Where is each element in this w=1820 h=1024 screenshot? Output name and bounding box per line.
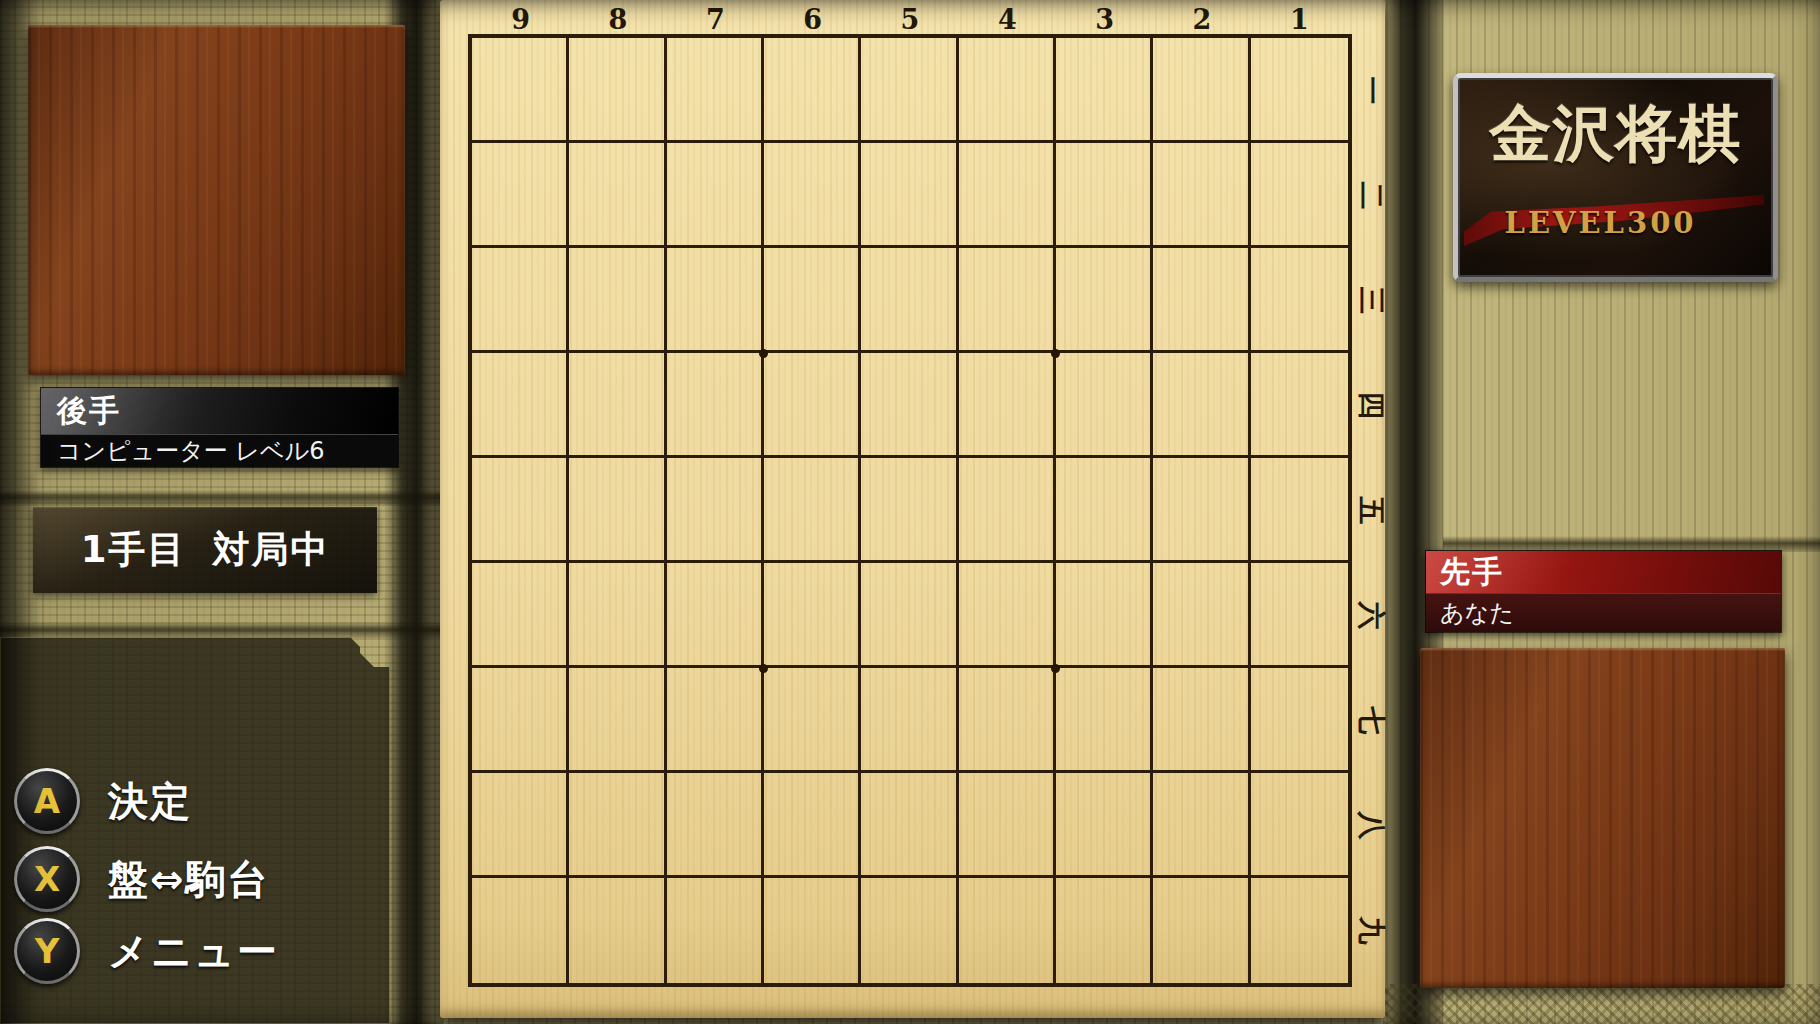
a-button-letter: A bbox=[34, 781, 60, 821]
board-cell-7一[interactable] bbox=[667, 38, 764, 143]
board-cell-2九[interactable] bbox=[1153, 878, 1250, 983]
gote-name-bar: コンピューター レベル6 bbox=[41, 434, 398, 467]
board-cell-6九[interactable] bbox=[764, 878, 861, 983]
hoshi-dot bbox=[1051, 664, 1060, 673]
board-cell-1九[interactable] bbox=[1251, 878, 1348, 983]
board-cell-6二[interactable] bbox=[764, 143, 861, 248]
board-cell-9八[interactable] bbox=[472, 773, 569, 878]
board-cell-4五[interactable] bbox=[959, 458, 1056, 563]
move-number-label: 1手目 bbox=[81, 525, 187, 575]
shogi-board[interactable]: 987654321一二三四五六七八九 bbox=[440, 0, 1385, 1018]
board-cell-6三[interactable] bbox=[764, 248, 861, 353]
sente-komadai[interactable] bbox=[1420, 648, 1785, 988]
board-cell-9一[interactable] bbox=[472, 38, 569, 143]
board-cell-2二[interactable] bbox=[1153, 143, 1250, 248]
file-label-5: 5 bbox=[861, 4, 958, 34]
tatami-seam-h2 bbox=[0, 622, 442, 638]
board-cell-9二[interactable] bbox=[472, 143, 569, 248]
control-row-y: Y メニュー bbox=[14, 918, 279, 984]
board-cell-9三[interactable] bbox=[472, 248, 569, 353]
board-cell-7七[interactable] bbox=[667, 668, 764, 773]
board-cell-5四[interactable] bbox=[861, 353, 958, 458]
board-cell-1六[interactable] bbox=[1251, 563, 1348, 668]
board-cell-3二[interactable] bbox=[1056, 143, 1153, 248]
y-button-icon[interactable]: Y bbox=[14, 918, 80, 984]
board-cell-6七[interactable] bbox=[764, 668, 861, 773]
x-button-label: 盤⇔駒台 bbox=[108, 852, 270, 907]
board-cell-6五[interactable] bbox=[764, 458, 861, 563]
gote-player-panel: 後手 コンピューター レベル6 bbox=[40, 387, 399, 468]
board-cell-3七[interactable] bbox=[1056, 668, 1153, 773]
game-state-label: 対局中 bbox=[212, 525, 329, 575]
sente-player-name: あなた bbox=[1440, 597, 1514, 629]
board-cell-7八[interactable] bbox=[667, 773, 764, 878]
board-cell-2一[interactable] bbox=[1153, 38, 1250, 143]
board-cell-8一[interactable] bbox=[569, 38, 666, 143]
board-cell-7九[interactable] bbox=[667, 878, 764, 983]
sente-name-bar: あなた bbox=[1426, 593, 1781, 632]
board-cell-5九[interactable] bbox=[861, 878, 958, 983]
x-button-icon[interactable]: X bbox=[14, 846, 80, 912]
board-cell-4九[interactable] bbox=[959, 878, 1056, 983]
board-cell-2四[interactable] bbox=[1153, 353, 1250, 458]
board-cell-4二[interactable] bbox=[959, 143, 1056, 248]
board-cell-9六[interactable] bbox=[472, 563, 569, 668]
board-cell-9五[interactable] bbox=[472, 458, 569, 563]
file-label-4: 4 bbox=[959, 4, 1056, 34]
board-cell-4七[interactable] bbox=[959, 668, 1056, 773]
board-cell-6一[interactable] bbox=[764, 38, 861, 143]
board-cell-3六[interactable] bbox=[1056, 563, 1153, 668]
a-button-label: 決定 bbox=[108, 774, 192, 829]
board-cell-7二[interactable] bbox=[667, 143, 764, 248]
file-label-6: 6 bbox=[764, 4, 861, 34]
control-row-x: X 盤⇔駒台 bbox=[14, 846, 270, 912]
sente-role-label: 先手 bbox=[1440, 552, 1504, 593]
board-cell-5一[interactable] bbox=[861, 38, 958, 143]
board-cell-4八[interactable] bbox=[959, 773, 1056, 878]
board-cell-3五[interactable] bbox=[1056, 458, 1153, 563]
file-label-8: 8 bbox=[569, 4, 666, 34]
hoshi-dot bbox=[759, 664, 768, 673]
control-help-panel: A 決定 X 盤⇔駒台 Y メニュー bbox=[0, 637, 390, 1024]
board-cell-1七[interactable] bbox=[1251, 668, 1348, 773]
gote-komadai[interactable] bbox=[28, 25, 405, 375]
board-cell-1五[interactable] bbox=[1251, 458, 1348, 563]
board-cell-5二[interactable] bbox=[861, 143, 958, 248]
board-cell-3九[interactable] bbox=[1056, 878, 1153, 983]
file-label-9: 9 bbox=[472, 4, 569, 34]
file-label-3: 3 bbox=[1056, 4, 1153, 34]
hoshi-dot bbox=[759, 349, 768, 358]
board-cell-8六[interactable] bbox=[569, 563, 666, 668]
board-cell-7六[interactable] bbox=[667, 563, 764, 668]
board-cell-5三[interactable] bbox=[861, 248, 958, 353]
board-cell-8五[interactable] bbox=[569, 458, 666, 563]
board-cell-2五[interactable] bbox=[1153, 458, 1250, 563]
board-cell-2七[interactable] bbox=[1153, 668, 1250, 773]
gote-player-name: コンピューター レベル6 bbox=[57, 435, 324, 467]
board-cell-6六[interactable] bbox=[764, 563, 861, 668]
board-cell-5七[interactable] bbox=[861, 668, 958, 773]
board-cell-2三[interactable] bbox=[1153, 248, 1250, 353]
game-logo-plaque: 金沢将棋 LEVEL300 bbox=[1453, 73, 1778, 282]
board-cell-9九[interactable] bbox=[472, 878, 569, 983]
board-cell-8七[interactable] bbox=[569, 668, 666, 773]
control-row-a: A 決定 bbox=[14, 768, 192, 834]
y-button-label: メニュー bbox=[108, 924, 279, 979]
logo-subtitle: LEVEL300 bbox=[1458, 206, 1743, 240]
board-cell-8八[interactable] bbox=[569, 773, 666, 878]
board-cell-5六[interactable] bbox=[861, 563, 958, 668]
board-cell-1三[interactable] bbox=[1251, 248, 1348, 353]
y-button-letter: Y bbox=[35, 931, 60, 971]
board-cell-7五[interactable] bbox=[667, 458, 764, 563]
hoshi-dot bbox=[1051, 349, 1060, 358]
board-cell-8九[interactable] bbox=[569, 878, 666, 983]
board-cell-8三[interactable] bbox=[569, 248, 666, 353]
move-status-panel: 1手目 対局中 bbox=[33, 507, 377, 593]
board-cell-7四[interactable] bbox=[667, 353, 764, 458]
board-cell-2六[interactable] bbox=[1153, 563, 1250, 668]
board-cell-5八[interactable] bbox=[861, 773, 958, 878]
board-cell-1二[interactable] bbox=[1251, 143, 1348, 248]
board-cell-3四[interactable] bbox=[1056, 353, 1153, 458]
x-button-letter: X bbox=[34, 859, 60, 899]
board-cell-3三[interactable] bbox=[1056, 248, 1153, 353]
board-cell-1一[interactable] bbox=[1251, 38, 1348, 143]
board-cell-8二[interactable] bbox=[569, 143, 666, 248]
tatami-seam-h1 bbox=[0, 490, 442, 506]
board-cell-6四[interactable] bbox=[764, 353, 861, 458]
logo-title: 金沢将棋 bbox=[1458, 92, 1773, 176]
board-cell-8四[interactable] bbox=[569, 353, 666, 458]
board-cell-1四[interactable] bbox=[1251, 353, 1348, 458]
board-cell-3一[interactable] bbox=[1056, 38, 1153, 143]
sente-role-bar: 先手 bbox=[1426, 551, 1781, 593]
board-cell-4六[interactable] bbox=[959, 563, 1056, 668]
file-label-2: 2 bbox=[1153, 4, 1250, 34]
gote-role-label: 後手 bbox=[57, 391, 121, 432]
sente-player-panel: 先手 あなた bbox=[1425, 550, 1782, 633]
board-cell-9四[interactable] bbox=[472, 353, 569, 458]
file-label-1: 1 bbox=[1251, 4, 1348, 34]
board-cell-5五[interactable] bbox=[861, 458, 958, 563]
board-cell-4四[interactable] bbox=[959, 353, 1056, 458]
board-cell-4一[interactable] bbox=[959, 38, 1056, 143]
board-cell-3八[interactable] bbox=[1056, 773, 1153, 878]
tatami-herringbone bbox=[1383, 984, 1820, 1024]
board-cell-6八[interactable] bbox=[764, 773, 861, 878]
board-cell-7三[interactable] bbox=[667, 248, 764, 353]
board-cell-4三[interactable] bbox=[959, 248, 1056, 353]
file-label-7: 7 bbox=[667, 4, 764, 34]
board-cell-1八[interactable] bbox=[1251, 773, 1348, 878]
gote-role-bar: 後手 bbox=[41, 388, 398, 434]
board-cell-9七[interactable] bbox=[472, 668, 569, 773]
board-cell-2八[interactable] bbox=[1153, 773, 1250, 878]
a-button-icon[interactable]: A bbox=[14, 768, 80, 834]
